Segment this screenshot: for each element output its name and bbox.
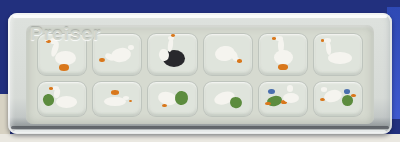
goose-beak [237, 59, 241, 62]
compartment-r1c4 [203, 33, 253, 76]
goose-head [321, 87, 327, 91]
swan-head [324, 38, 331, 43]
goose-beak [272, 37, 276, 40]
tray-row-1 [37, 33, 363, 76]
goose-head [123, 96, 129, 100]
goose-feet [59, 64, 69, 71]
goose-beak [99, 58, 105, 63]
figure-tray: Preiser [26, 25, 374, 124]
compartment-r1c6 [313, 33, 363, 76]
box-bottom-reflection [14, 130, 386, 133]
goose-beak [162, 104, 167, 107]
compartment-r1c5 [258, 33, 308, 76]
orange-accent [351, 94, 355, 97]
goose-body [56, 96, 77, 108]
swan-body [328, 52, 352, 64]
compartment-r1c3 [147, 33, 197, 76]
compartment-r2c1 [37, 81, 87, 117]
goose-body [55, 51, 75, 65]
goose-head [275, 36, 283, 41]
orange-dot [129, 100, 132, 102]
table-surface-bottom [0, 134, 400, 142]
goose-head [50, 38, 58, 44]
goose-body [283, 93, 299, 103]
compartment-r2c2 [92, 81, 142, 117]
lid-highlight [13, 15, 387, 18]
compartment-r2c3 [147, 81, 197, 117]
tray-row-2 [37, 81, 363, 117]
goose-body [274, 50, 293, 66]
swan-beak [171, 34, 175, 37]
goose-head [287, 85, 293, 91]
compartment-r1c2 [92, 33, 142, 76]
swan-beak [321, 39, 325, 41]
compartment-r2c5 [258, 81, 308, 117]
blue-accent [268, 89, 275, 94]
plastic-box: Preiser [8, 13, 392, 134]
goose-beak [49, 87, 53, 89]
goose-beak [46, 40, 50, 43]
goose-head [52, 86, 59, 90]
goose-tail [128, 45, 134, 50]
grass-tuft [42, 93, 55, 106]
blue-accent [344, 89, 350, 94]
goose-beak [111, 90, 119, 94]
box-bottom-edge [11, 126, 389, 129]
compartment-r2c4 [203, 81, 253, 117]
product-photo: Preiser [0, 0, 400, 142]
grass-tuft [229, 96, 243, 110]
compartment-r1c1 [37, 33, 87, 76]
compartment-r2c6 [313, 81, 363, 117]
grass-tuft [174, 90, 188, 106]
goose-feet [278, 64, 288, 70]
